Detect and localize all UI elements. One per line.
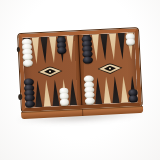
board-left-half [22,35,77,108]
points-row-bottom-right [84,74,137,105]
point-1[interactable] [128,74,138,102]
points-row-top-left [22,35,75,66]
board-right-half [82,32,137,105]
point-24[interactable] [126,32,136,60]
photo-background [0,0,160,160]
diamond-inlay [97,62,123,74]
clasp-bottom [18,94,23,100]
diamond-inlay [37,65,63,77]
points-row-top-right [82,32,135,63]
case-front-seam [82,109,83,116]
backgammon-board [18,28,142,119]
playing-surface [18,28,142,112]
white-checker[interactable] [125,38,135,45]
checker-stack [125,33,135,46]
points-row-bottom-left [24,77,77,108]
black-checker[interactable] [128,95,138,102]
clasp-top [16,47,20,52]
checker-stack [128,89,138,102]
